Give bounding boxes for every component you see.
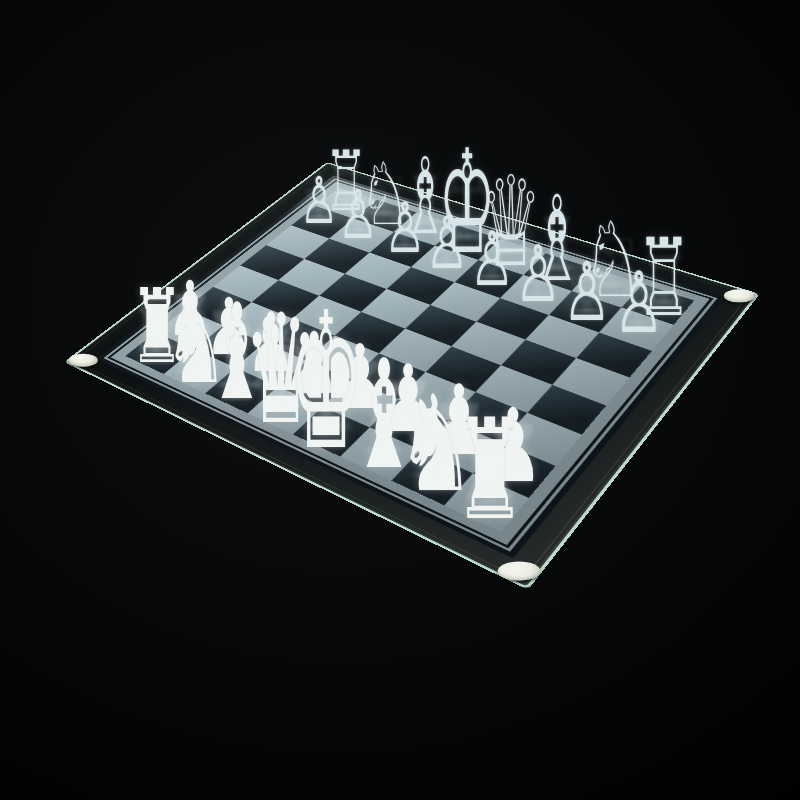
- board-foot-left: [69, 354, 98, 367]
- product-photo-scene: ♖♘♗♔♕♗♘♖♙♙♙♙♙♙♙♙♟♟♟♟♟♟♟♟♜♞♝♛♚♝♞♜: [0, 0, 800, 800]
- glass-chessboard: [64, 162, 760, 590]
- board-foot-bottom: [498, 562, 541, 581]
- chessboard-grid: [125, 188, 694, 532]
